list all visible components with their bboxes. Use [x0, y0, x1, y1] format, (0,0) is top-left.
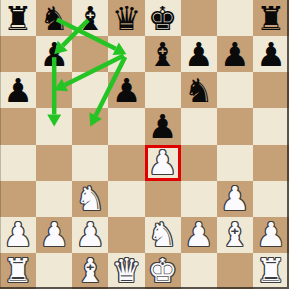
square-g7[interactable]: ♟ — [217, 36, 253, 72]
square-f3[interactable] — [181, 181, 217, 217]
square-g4[interactable] — [217, 145, 253, 181]
square-d2[interactable] — [108, 217, 144, 253]
black-knight[interactable]: ♞ — [184, 74, 214, 107]
square-e2[interactable]: ♞ — [145, 217, 181, 253]
black-pawn[interactable]: ♟ — [220, 38, 250, 71]
white-pawn[interactable]: ♟ — [148, 146, 178, 179]
chess-board: ♜♞♝♛♚♜♟♝♟♟♟♟♟♞♟♟♞♟♟♟♟♞♟♝♟♜♝♛♚♜ — [0, 0, 289, 289]
square-g1[interactable] — [217, 253, 253, 289]
black-pawn[interactable]: ♟ — [184, 38, 214, 71]
black-pawn[interactable]: ♟ — [39, 38, 69, 71]
square-a1[interactable]: ♜ — [0, 253, 36, 289]
black-king[interactable]: ♚ — [148, 2, 178, 35]
square-a2[interactable]: ♟ — [0, 217, 36, 253]
square-e3[interactable] — [145, 181, 181, 217]
square-b5[interactable] — [36, 108, 72, 144]
square-d3[interactable] — [108, 181, 144, 217]
square-h2[interactable]: ♟ — [253, 217, 289, 253]
square-c5[interactable] — [72, 108, 108, 144]
square-g2[interactable]: ♝ — [217, 217, 253, 253]
square-f5[interactable] — [181, 108, 217, 144]
square-d8[interactable]: ♛ — [108, 0, 144, 36]
square-b2[interactable]: ♟ — [36, 217, 72, 253]
square-b3[interactable] — [36, 181, 72, 217]
black-pawn[interactable]: ♟ — [3, 74, 33, 107]
square-d1[interactable]: ♛ — [108, 253, 144, 289]
square-c8[interactable]: ♝ — [72, 0, 108, 36]
black-queen[interactable]: ♛ — [112, 2, 142, 35]
square-e4[interactable]: ♟ — [145, 145, 181, 181]
white-queen[interactable]: ♛ — [112, 254, 142, 287]
square-h6[interactable] — [253, 72, 289, 108]
square-f2[interactable]: ♟ — [181, 217, 217, 253]
square-h5[interactable] — [253, 108, 289, 144]
square-g6[interactable] — [217, 72, 253, 108]
square-d6[interactable]: ♟ — [108, 72, 144, 108]
white-knight[interactable]: ♞ — [76, 182, 106, 215]
black-pawn[interactable]: ♟ — [148, 110, 178, 143]
square-e8[interactable]: ♚ — [145, 0, 181, 36]
black-rook[interactable]: ♜ — [3, 2, 33, 35]
square-f7[interactable]: ♟ — [181, 36, 217, 72]
square-c4[interactable] — [72, 145, 108, 181]
square-a4[interactable] — [0, 145, 36, 181]
square-h4[interactable] — [253, 145, 289, 181]
square-b1[interactable] — [36, 253, 72, 289]
chess-board-window: ♜♞♝♛♚♜♟♝♟♟♟♟♟♞♟♟♞♟♟♟♟♞♟♝♟♜♝♛♚♜ — [0, 0, 289, 289]
square-d7[interactable] — [108, 36, 144, 72]
square-h7[interactable]: ♟ — [253, 36, 289, 72]
square-a5[interactable] — [0, 108, 36, 144]
white-pawn[interactable]: ♟ — [39, 218, 69, 251]
square-b7[interactable]: ♟ — [36, 36, 72, 72]
square-d5[interactable] — [108, 108, 144, 144]
square-d4[interactable] — [108, 145, 144, 181]
square-b4[interactable] — [36, 145, 72, 181]
square-f1[interactable] — [181, 253, 217, 289]
white-bishop[interactable]: ♝ — [76, 254, 106, 287]
square-f4[interactable] — [181, 145, 217, 181]
white-pawn[interactable]: ♟ — [3, 218, 33, 251]
square-e5[interactable]: ♟ — [145, 108, 181, 144]
white-knight[interactable]: ♞ — [148, 218, 178, 251]
square-c3[interactable]: ♞ — [72, 181, 108, 217]
square-a8[interactable]: ♜ — [0, 0, 36, 36]
white-pawn[interactable]: ♟ — [256, 218, 286, 251]
square-c2[interactable]: ♟ — [72, 217, 108, 253]
white-pawn[interactable]: ♟ — [76, 218, 106, 251]
black-pawn[interactable]: ♟ — [256, 38, 286, 71]
square-b6[interactable] — [36, 72, 72, 108]
square-f6[interactable]: ♞ — [181, 72, 217, 108]
black-rook[interactable]: ♜ — [256, 2, 286, 35]
white-bishop[interactable]: ♝ — [220, 218, 250, 251]
square-e7[interactable]: ♝ — [145, 36, 181, 72]
square-h8[interactable]: ♜ — [253, 0, 289, 36]
white-pawn[interactable]: ♟ — [220, 182, 250, 215]
square-h3[interactable] — [253, 181, 289, 217]
square-g5[interactable] — [217, 108, 253, 144]
black-pawn[interactable]: ♟ — [112, 74, 142, 107]
black-knight[interactable]: ♞ — [39, 2, 69, 35]
square-e6[interactable] — [145, 72, 181, 108]
square-c6[interactable] — [72, 72, 108, 108]
square-a6[interactable]: ♟ — [0, 72, 36, 108]
square-h1[interactable]: ♜ — [253, 253, 289, 289]
square-c7[interactable] — [72, 36, 108, 72]
white-rook[interactable]: ♜ — [3, 254, 33, 287]
square-g3[interactable]: ♟ — [217, 181, 253, 217]
square-e1[interactable]: ♚ — [145, 253, 181, 289]
white-rook[interactable]: ♜ — [256, 254, 286, 287]
black-bishop[interactable]: ♝ — [148, 38, 178, 71]
square-f8[interactable] — [181, 0, 217, 36]
square-b8[interactable]: ♞ — [36, 0, 72, 36]
black-bishop[interactable]: ♝ — [76, 2, 106, 35]
square-a7[interactable] — [0, 36, 36, 72]
square-g8[interactable] — [217, 0, 253, 36]
square-a3[interactable] — [0, 181, 36, 217]
square-c1[interactable]: ♝ — [72, 253, 108, 289]
white-pawn[interactable]: ♟ — [184, 218, 214, 251]
white-king[interactable]: ♚ — [148, 254, 178, 287]
